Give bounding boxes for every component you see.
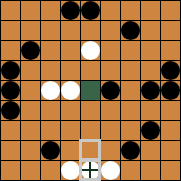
board-point[interactable] <box>140 40 160 60</box>
board-point[interactable] <box>120 100 140 120</box>
board-point[interactable] <box>100 40 120 60</box>
board-point[interactable] <box>60 120 80 140</box>
board-point[interactable] <box>40 120 60 140</box>
board-point[interactable] <box>0 20 20 40</box>
board-point[interactable] <box>40 20 60 40</box>
cursor-outline <box>79 139 101 161</box>
board-point[interactable] <box>20 80 40 100</box>
black-stone <box>121 141 140 160</box>
board-point[interactable] <box>0 160 20 180</box>
board-point[interactable] <box>140 100 160 120</box>
board-point[interactable] <box>60 100 80 120</box>
white-stone <box>61 161 80 180</box>
board-point[interactable] <box>120 160 140 180</box>
black-stone <box>21 41 40 60</box>
board-point[interactable] <box>40 100 60 120</box>
board-point[interactable] <box>120 40 140 60</box>
white-stone <box>41 81 60 100</box>
board-point[interactable] <box>20 60 40 80</box>
board-point[interactable] <box>160 20 180 40</box>
board-point[interactable] <box>100 0 120 20</box>
board-point[interactable] <box>20 140 40 160</box>
black-stone <box>141 81 160 100</box>
black-stone <box>141 121 160 140</box>
board-point[interactable] <box>80 120 100 140</box>
black-stone <box>161 81 180 100</box>
board-point[interactable] <box>160 100 180 120</box>
board-point[interactable] <box>80 100 100 120</box>
board-point[interactable] <box>160 140 180 160</box>
black-stone <box>41 141 60 160</box>
board-point[interactable] <box>60 40 80 60</box>
board-point[interactable] <box>40 160 60 180</box>
board-point[interactable] <box>0 140 20 160</box>
board-point[interactable] <box>100 100 120 120</box>
board-point[interactable] <box>120 0 140 20</box>
board-point[interactable] <box>60 20 80 40</box>
board-point[interactable] <box>160 40 180 60</box>
board-point[interactable] <box>140 20 160 40</box>
board-point[interactable] <box>140 160 160 180</box>
black-stone <box>161 61 180 80</box>
black-stone <box>101 81 120 100</box>
board-point[interactable] <box>20 120 40 140</box>
board-point[interactable] <box>80 20 100 40</box>
black-stone <box>1 101 20 120</box>
board-point[interactable] <box>20 100 40 120</box>
white-stone <box>101 161 120 180</box>
board-point[interactable] <box>20 160 40 180</box>
white-stone <box>81 41 100 60</box>
board-point[interactable] <box>100 120 120 140</box>
board-point[interactable] <box>140 0 160 20</box>
board-point[interactable] <box>120 80 140 100</box>
black-stone <box>61 1 80 20</box>
board-point[interactable] <box>140 140 160 160</box>
board-point[interactable] <box>120 60 140 80</box>
board-point[interactable] <box>100 140 120 160</box>
black-stone <box>81 1 100 20</box>
board-point[interactable] <box>40 0 60 20</box>
board-point[interactable] <box>60 60 80 80</box>
board-point[interactable] <box>160 0 180 20</box>
white-stone <box>61 81 80 100</box>
board-point[interactable] <box>140 60 160 80</box>
board-point[interactable] <box>160 120 180 140</box>
black-stone <box>1 81 20 100</box>
board-point[interactable] <box>80 60 100 80</box>
go-board[interactable] <box>0 0 181 181</box>
board-point[interactable] <box>60 140 80 160</box>
board-point[interactable] <box>40 40 60 60</box>
board-point[interactable] <box>120 120 140 140</box>
board-point[interactable] <box>20 0 40 20</box>
black-stone <box>121 21 140 40</box>
black-stone <box>1 61 20 80</box>
board-point[interactable] <box>0 40 20 60</box>
board-point[interactable] <box>160 160 180 180</box>
board-point[interactable] <box>100 60 120 80</box>
green-square-marker <box>81 81 100 100</box>
board-point[interactable] <box>0 120 20 140</box>
board-point[interactable] <box>40 60 60 80</box>
cross-marker-icon <box>89 162 91 178</box>
board-point[interactable] <box>0 0 20 20</box>
board-point[interactable] <box>20 20 40 40</box>
board-point[interactable] <box>100 20 120 40</box>
